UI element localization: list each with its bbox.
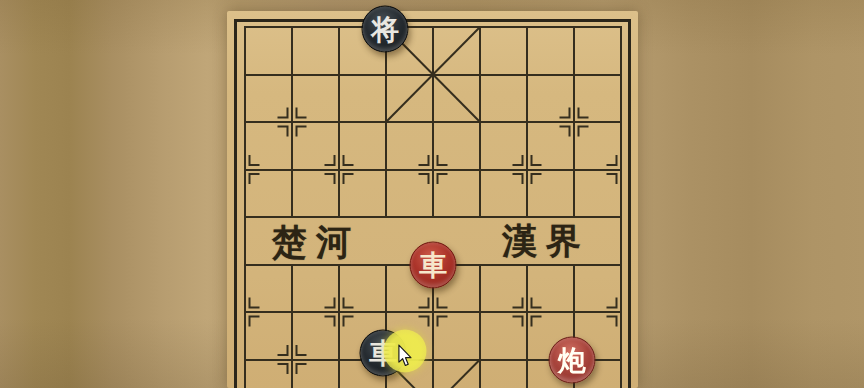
piece-glyph: 将: [371, 7, 399, 52]
board-cell[interactable]: [434, 313, 481, 361]
board-cell[interactable]: [293, 171, 340, 219]
board-cell[interactable]: [481, 266, 528, 314]
board-cell[interactable]: [246, 313, 293, 361]
board-cell[interactable]: [528, 76, 575, 124]
board-cell[interactable]: [434, 28, 481, 76]
board-cell[interactable]: [481, 28, 528, 76]
board-cell[interactable]: [246, 171, 293, 219]
piece-glyph: 車: [419, 242, 447, 287]
board-cell[interactable]: [387, 171, 434, 219]
board-cell[interactable]: [575, 171, 622, 219]
board-cell[interactable]: [246, 28, 293, 76]
board-cell[interactable]: [340, 266, 387, 314]
board-cell[interactable]: [340, 123, 387, 171]
board-cell[interactable]: [481, 171, 528, 219]
board-cell[interactable]: [575, 76, 622, 124]
board-cell[interactable]: [293, 28, 340, 76]
board-cell[interactable]: [575, 266, 622, 314]
board-grid[interactable]: [244, 26, 622, 388]
board-cell[interactable]: [434, 361, 481, 388]
board-cell[interactable]: [246, 361, 293, 388]
board-cell[interactable]: [434, 76, 481, 124]
piece-red-cannon[interactable]: 炮: [549, 336, 596, 383]
board-cell[interactable]: [528, 171, 575, 219]
board-cell[interactable]: [434, 171, 481, 219]
board-cell[interactable]: [481, 361, 528, 388]
board-cell[interactable]: [481, 76, 528, 124]
board-cell[interactable]: [340, 171, 387, 219]
board-cell[interactable]: [246, 123, 293, 171]
board-cell[interactable]: [293, 266, 340, 314]
board-cell[interactable]: [528, 123, 575, 171]
board-cell[interactable]: [528, 266, 575, 314]
board-cell[interactable]: [387, 76, 434, 124]
board-cell[interactable]: [575, 123, 622, 171]
mouse-cursor-icon: [398, 344, 413, 371]
piece-glyph: 炮: [558, 337, 586, 382]
board-cell[interactable]: [293, 361, 340, 388]
board-cell[interactable]: [387, 123, 434, 171]
board-cell[interactable]: [481, 313, 528, 361]
river-label-chu-he: 楚河: [272, 219, 360, 266]
board-cell[interactable]: [575, 28, 622, 76]
board-cell[interactable]: [293, 313, 340, 361]
board-cell[interactable]: [246, 76, 293, 124]
board-cell[interactable]: [246, 266, 293, 314]
piece-black-general[interactable]: 将: [362, 6, 409, 53]
board-cell[interactable]: [340, 76, 387, 124]
board-cell[interactable]: [528, 28, 575, 76]
board-cell[interactable]: [293, 123, 340, 171]
xiangqi-screenshot: 楚河 漢界 将車車炮: [0, 0, 864, 388]
river-label-han-jie: 漢界: [502, 218, 590, 265]
board-cell[interactable]: [481, 123, 528, 171]
board-cell[interactable]: [293, 76, 340, 124]
piece-red-chariot[interactable]: 車: [410, 241, 457, 288]
board-cell[interactable]: [434, 123, 481, 171]
